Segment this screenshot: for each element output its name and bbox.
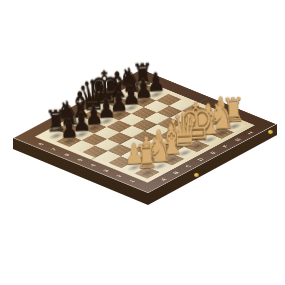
chess-board[interactable]: ABCDEFGH 87654321 ♜♞♝♛♚♝♞♜♟♟♟♟♟♟♟♟♟♟♟♟♟♟… xyxy=(14,69,277,192)
chessboard-photo: ABCDEFGH 87654321 ♜♞♝♛♚♝♞♜♟♟♟♟♟♟♟♟♟♟♟♟♟♟… xyxy=(0,0,285,285)
brass-hinge-icon xyxy=(268,130,273,134)
brass-hinge-icon xyxy=(194,173,199,177)
pieces-layer: ♜♞♝♛♚♝♞♜♟♟♟♟♟♟♟♟♟♟♟♟♟♟♟♟♜♞♝♛♚♝♞♜ xyxy=(14,69,277,192)
piece-glyph: ♟ xyxy=(36,114,101,143)
piece-glyph: ♜ xyxy=(112,139,182,175)
